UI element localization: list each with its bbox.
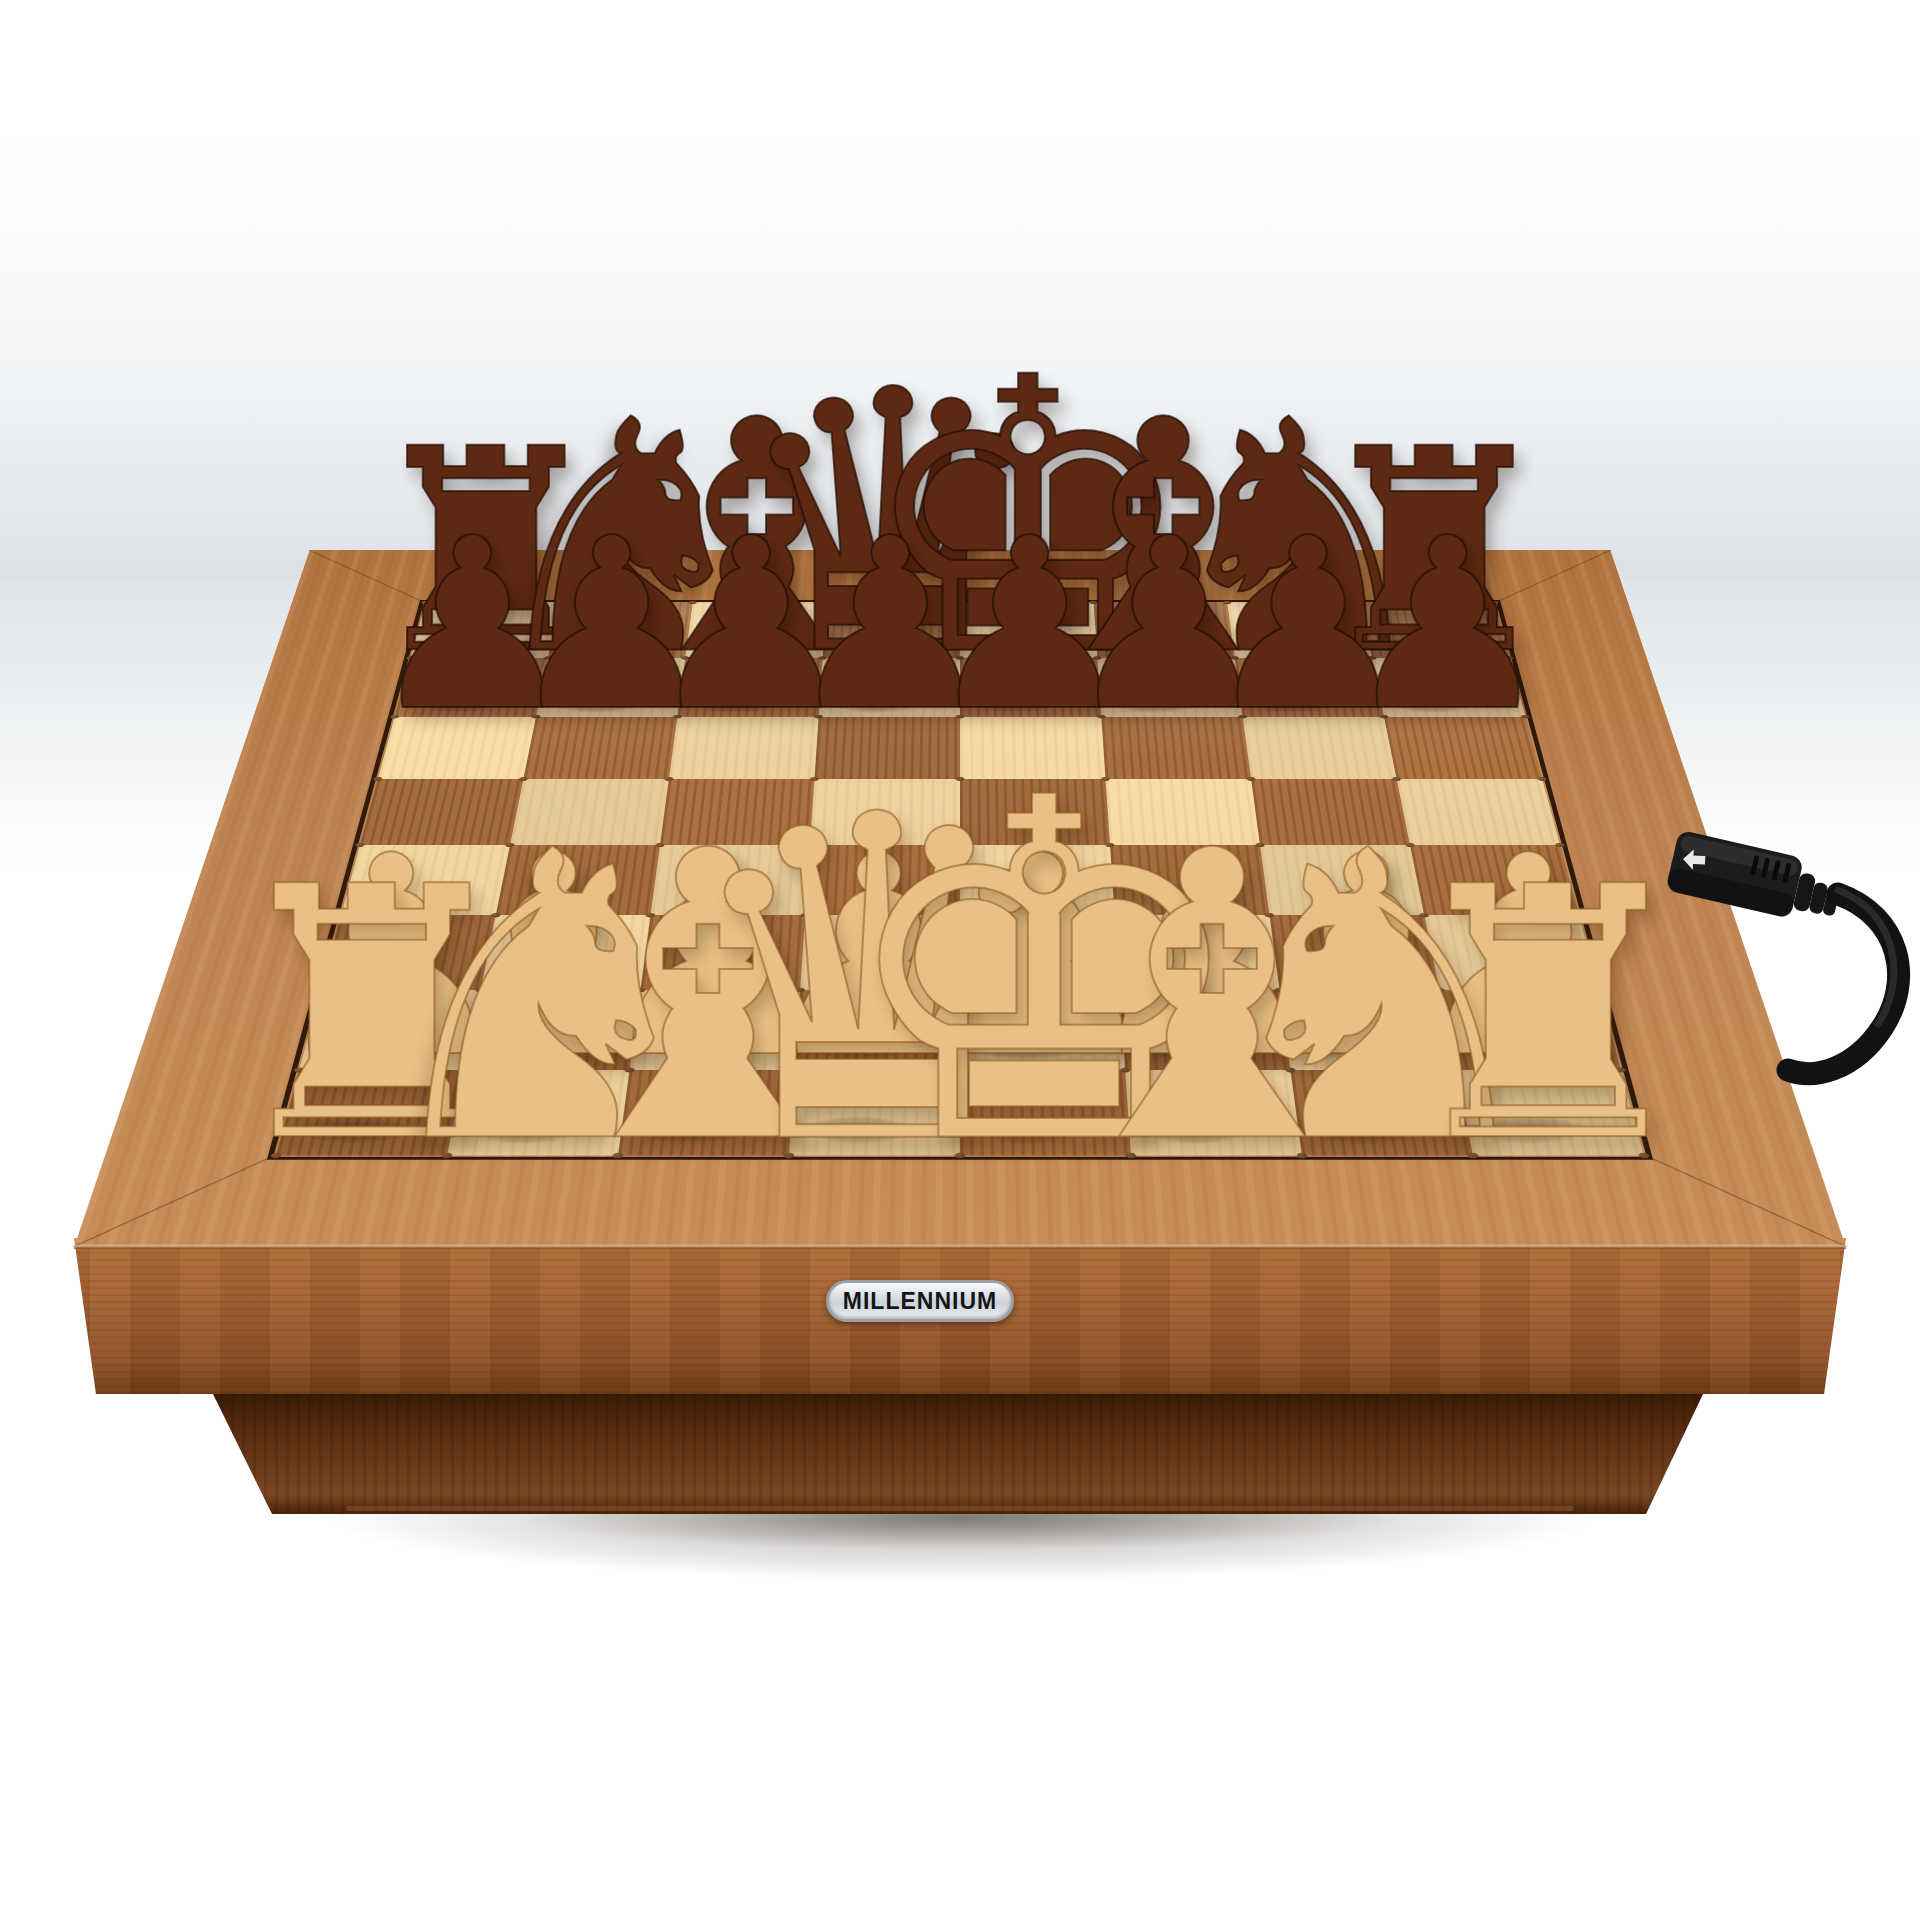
piece-white-rook-h1[interactable]: ♜ — [1392, 843, 1703, 1190]
brand-badge: MILLENNIUM — [826, 1280, 1014, 1322]
brand-badge-label: MILLENNIUM — [843, 1287, 997, 1315]
product-photo-scene: MILLENNIUM ♜♞♝♛♚♝♞♜♟♟♟♟♟♟♟♟♟♟♟♟♟♟♟♟♜♞♝♛♚… — [0, 0, 1920, 1920]
chess-computer-base-box — [0, 1392, 1920, 1514]
piece-black-pawn-h7[interactable]: ♟ — [1341, 507, 1553, 744]
